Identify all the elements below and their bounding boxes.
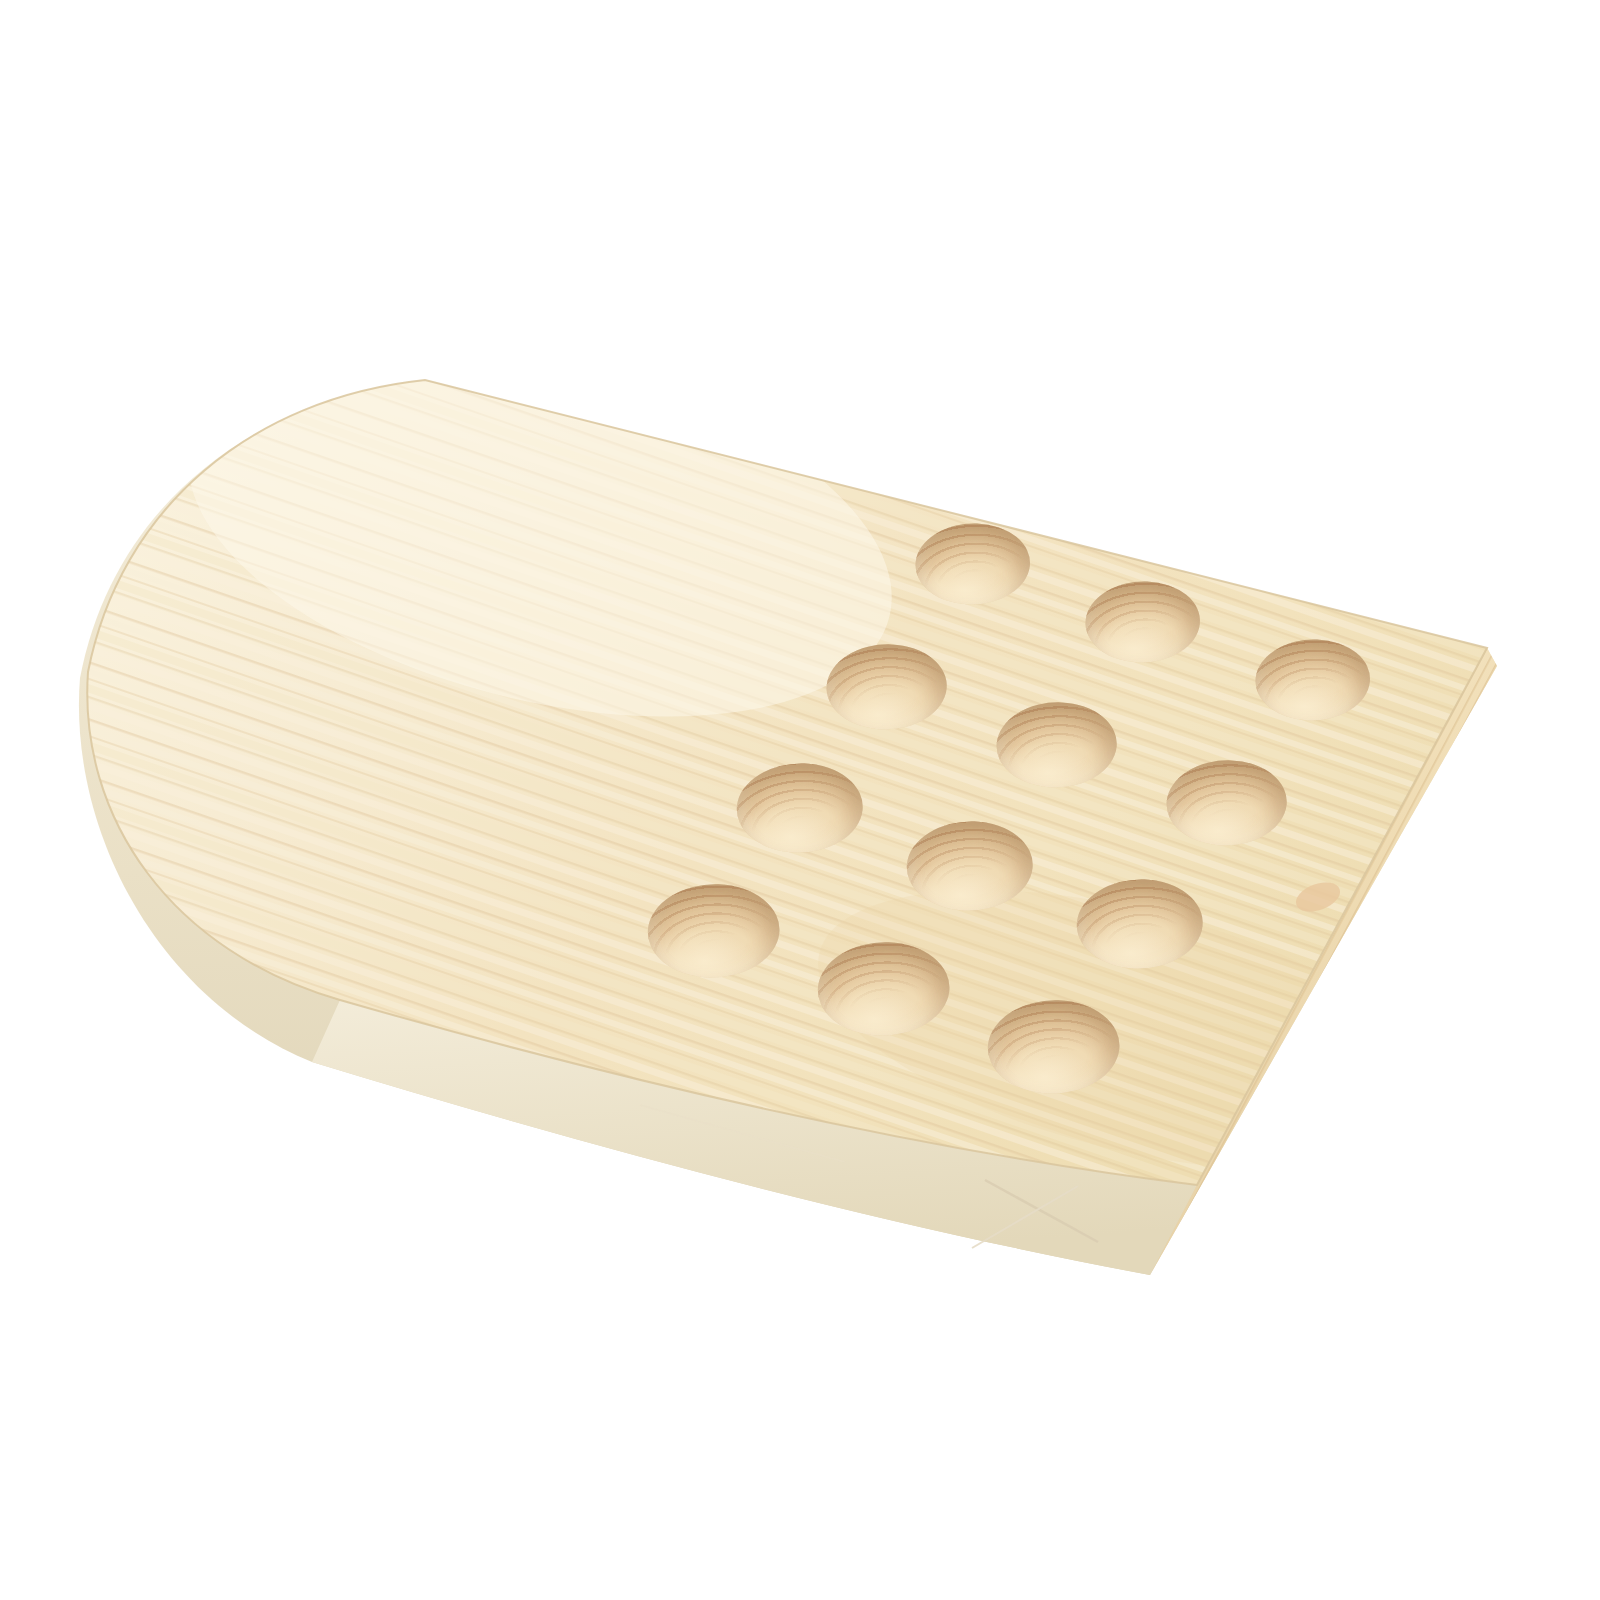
pit-hole	[975, 687, 1137, 800]
pit-hole	[1145, 745, 1307, 858]
pit-hole	[1066, 568, 1220, 676]
pit-hole	[965, 984, 1142, 1108]
board-photo	[0, 0, 1600, 1600]
pit-hole	[885, 807, 1054, 926]
pit-hole	[1055, 865, 1224, 984]
pit-hole	[625, 868, 802, 992]
pit-hole	[1236, 626, 1390, 734]
pit-hole	[795, 926, 972, 1050]
pit-hole	[715, 749, 884, 868]
pit-hole	[896, 510, 1050, 618]
pit-hole	[805, 629, 967, 742]
